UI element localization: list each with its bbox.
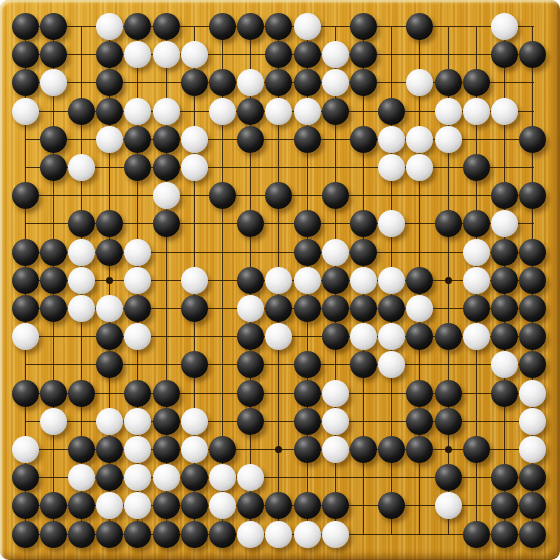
board-point[interactable]	[434, 182, 462, 210]
board-point[interactable]	[462, 436, 490, 464]
board-point[interactable]	[39, 520, 67, 548]
board-point[interactable]	[406, 492, 434, 520]
board-point[interactable]	[265, 492, 293, 520]
board-point[interactable]	[67, 238, 95, 266]
board-point[interactable]	[321, 182, 349, 210]
board-point[interactable]	[237, 238, 265, 266]
board-point[interactable]	[39, 436, 67, 464]
board-point[interactable]	[349, 520, 377, 548]
board-point[interactable]	[349, 436, 377, 464]
board-point[interactable]	[152, 154, 180, 182]
board-point[interactable]	[265, 379, 293, 407]
board-point[interactable]	[265, 154, 293, 182]
board-point[interactable]	[39, 379, 67, 407]
board-point[interactable]	[490, 464, 518, 492]
board-point[interactable]	[349, 69, 377, 97]
board-point[interactable]	[124, 238, 152, 266]
board-point[interactable]	[378, 238, 406, 266]
board-point[interactable]	[152, 351, 180, 379]
board-point[interactable]	[378, 69, 406, 97]
board-point[interactable]	[180, 351, 208, 379]
board-point[interactable]	[293, 266, 321, 294]
board-point[interactable]	[490, 97, 518, 125]
board-point[interactable]	[490, 351, 518, 379]
board-point[interactable]	[11, 464, 39, 492]
board-point[interactable]	[180, 182, 208, 210]
board-point[interactable]	[96, 492, 124, 520]
board-point[interactable]	[152, 520, 180, 548]
board-point[interactable]	[490, 125, 518, 153]
board-point[interactable]	[434, 351, 462, 379]
board-point[interactable]	[67, 436, 95, 464]
board-point[interactable]	[180, 323, 208, 351]
board-point[interactable]	[237, 464, 265, 492]
board-point[interactable]	[434, 266, 462, 294]
board-point[interactable]	[67, 323, 95, 351]
board-point[interactable]	[96, 266, 124, 294]
board-point[interactable]	[124, 436, 152, 464]
board-point[interactable]	[378, 210, 406, 238]
board-point[interactable]	[406, 407, 434, 435]
board-point[interactable]	[67, 407, 95, 435]
board-point[interactable]	[462, 492, 490, 520]
board-point[interactable]	[321, 210, 349, 238]
board-point[interactable]	[11, 69, 39, 97]
board-point[interactable]	[293, 323, 321, 351]
board-point[interactable]	[265, 407, 293, 435]
board-point[interactable]	[349, 407, 377, 435]
board-point[interactable]	[237, 210, 265, 238]
board-point[interactable]	[124, 464, 152, 492]
board-point[interactable]	[39, 464, 67, 492]
board-point[interactable]	[67, 41, 95, 69]
board-point[interactable]	[39, 41, 67, 69]
board-point[interactable]	[490, 154, 518, 182]
board-point[interactable]	[96, 351, 124, 379]
board-point[interactable]	[180, 125, 208, 153]
board-point[interactable]	[406, 379, 434, 407]
board-point[interactable]	[406, 351, 434, 379]
board-point[interactable]	[434, 379, 462, 407]
board-point[interactable]	[378, 154, 406, 182]
board-point[interactable]	[208, 266, 236, 294]
board-point[interactable]	[208, 492, 236, 520]
board-point[interactable]	[237, 492, 265, 520]
board-point[interactable]	[96, 379, 124, 407]
board-point[interactable]	[237, 266, 265, 294]
board-point[interactable]	[237, 97, 265, 125]
board-point[interactable]	[265, 464, 293, 492]
board-point[interactable]	[124, 407, 152, 435]
board-point[interactable]	[321, 238, 349, 266]
board-point[interactable]	[237, 436, 265, 464]
board-point[interactable]	[519, 295, 547, 323]
board-point[interactable]	[349, 41, 377, 69]
board-point[interactable]	[152, 13, 180, 41]
board-point[interactable]	[124, 210, 152, 238]
board-point[interactable]	[490, 323, 518, 351]
board-point[interactable]	[321, 407, 349, 435]
board-point[interactable]	[378, 125, 406, 153]
board-point[interactable]	[434, 210, 462, 238]
board-point[interactable]	[378, 492, 406, 520]
board-point[interactable]	[96, 41, 124, 69]
board-point[interactable]	[321, 379, 349, 407]
board-point[interactable]	[434, 125, 462, 153]
board-point[interactable]	[237, 69, 265, 97]
board-point[interactable]	[406, 13, 434, 41]
board-point[interactable]	[152, 238, 180, 266]
board-point[interactable]	[293, 407, 321, 435]
board-point[interactable]	[378, 436, 406, 464]
board-point[interactable]	[321, 351, 349, 379]
board-point[interactable]	[11, 13, 39, 41]
board-point[interactable]	[237, 379, 265, 407]
board-point[interactable]	[67, 13, 95, 41]
board-point[interactable]	[406, 154, 434, 182]
board-point[interactable]	[265, 266, 293, 294]
board-point[interactable]	[11, 210, 39, 238]
board-point[interactable]	[349, 13, 377, 41]
board-point[interactable]	[349, 182, 377, 210]
board-point[interactable]	[39, 323, 67, 351]
board-point[interactable]	[67, 464, 95, 492]
board-point[interactable]	[124, 41, 152, 69]
board-point[interactable]	[180, 13, 208, 41]
board-point[interactable]	[321, 13, 349, 41]
board-point[interactable]	[378, 182, 406, 210]
board-point[interactable]	[519, 323, 547, 351]
board-point[interactable]	[124, 520, 152, 548]
board-point[interactable]	[265, 97, 293, 125]
board-point[interactable]	[293, 69, 321, 97]
board-point[interactable]	[152, 379, 180, 407]
board-point[interactable]	[321, 266, 349, 294]
board-point[interactable]	[265, 69, 293, 97]
board-point[interactable]	[293, 464, 321, 492]
board-point[interactable]	[67, 351, 95, 379]
board-point[interactable]	[434, 41, 462, 69]
board-point[interactable]	[349, 238, 377, 266]
board-point[interactable]	[152, 436, 180, 464]
board-point[interactable]	[519, 13, 547, 41]
board-point[interactable]	[265, 210, 293, 238]
board-point[interactable]	[434, 295, 462, 323]
board-point[interactable]	[39, 13, 67, 41]
board-point[interactable]	[208, 351, 236, 379]
board-point[interactable]	[67, 266, 95, 294]
board-point[interactable]	[519, 379, 547, 407]
board-point[interactable]	[39, 351, 67, 379]
board-point[interactable]	[349, 295, 377, 323]
board-point[interactable]	[11, 520, 39, 548]
board-point[interactable]	[462, 41, 490, 69]
board-point[interactable]	[124, 97, 152, 125]
board-point[interactable]	[406, 210, 434, 238]
board-point[interactable]	[208, 69, 236, 97]
board-point[interactable]	[124, 125, 152, 153]
board-point[interactable]	[96, 238, 124, 266]
board-point[interactable]	[321, 97, 349, 125]
board-point[interactable]	[67, 97, 95, 125]
board-point[interactable]	[321, 464, 349, 492]
board-point[interactable]	[406, 125, 434, 153]
board-point[interactable]	[406, 295, 434, 323]
board-point[interactable]	[208, 520, 236, 548]
board-point[interactable]	[152, 407, 180, 435]
board-point[interactable]	[519, 125, 547, 153]
board-point[interactable]	[180, 407, 208, 435]
board-point[interactable]	[293, 13, 321, 41]
board-point[interactable]	[152, 69, 180, 97]
board-point[interactable]	[293, 210, 321, 238]
board-point[interactable]	[265, 520, 293, 548]
board-point[interactable]	[39, 407, 67, 435]
board-point[interactable]	[462, 13, 490, 41]
board-point[interactable]	[490, 182, 518, 210]
board-point[interactable]	[96, 520, 124, 548]
board-point[interactable]	[11, 266, 39, 294]
board-point[interactable]	[462, 154, 490, 182]
board-point[interactable]	[237, 520, 265, 548]
board-point[interactable]	[519, 407, 547, 435]
board-point[interactable]	[490, 379, 518, 407]
board-point[interactable]	[96, 323, 124, 351]
board-point[interactable]	[237, 351, 265, 379]
board-point[interactable]	[490, 210, 518, 238]
board-point[interactable]	[96, 295, 124, 323]
board-point[interactable]	[96, 13, 124, 41]
board-point[interactable]	[378, 97, 406, 125]
board-point[interactable]	[519, 182, 547, 210]
board-point[interactable]	[208, 295, 236, 323]
board-point[interactable]	[180, 97, 208, 125]
board-point[interactable]	[519, 210, 547, 238]
board-point[interactable]	[180, 520, 208, 548]
board-point[interactable]	[462, 266, 490, 294]
board-point[interactable]	[378, 520, 406, 548]
board-point[interactable]	[462, 125, 490, 153]
board-point[interactable]	[321, 492, 349, 520]
board-point[interactable]	[237, 295, 265, 323]
board-point[interactable]	[124, 154, 152, 182]
board-point[interactable]	[519, 492, 547, 520]
board-point[interactable]	[406, 182, 434, 210]
board-point[interactable]	[265, 125, 293, 153]
board-point[interactable]	[321, 436, 349, 464]
board-point[interactable]	[265, 323, 293, 351]
board-point[interactable]	[321, 154, 349, 182]
board-point[interactable]	[152, 295, 180, 323]
board-point[interactable]	[208, 41, 236, 69]
board-point[interactable]	[208, 97, 236, 125]
board-point[interactable]	[490, 492, 518, 520]
board-point[interactable]	[349, 492, 377, 520]
board-point[interactable]	[11, 351, 39, 379]
board-point[interactable]	[406, 323, 434, 351]
board-point[interactable]	[180, 238, 208, 266]
board-point[interactable]	[237, 182, 265, 210]
board-point[interactable]	[519, 97, 547, 125]
board-point[interactable]	[67, 210, 95, 238]
board-point[interactable]	[406, 97, 434, 125]
board-point[interactable]	[434, 238, 462, 266]
board-point[interactable]	[406, 520, 434, 548]
board-point[interactable]	[67, 125, 95, 153]
board-point[interactable]	[519, 464, 547, 492]
board-point[interactable]	[152, 266, 180, 294]
board-point[interactable]	[124, 69, 152, 97]
board-point[interactable]	[152, 210, 180, 238]
board-point[interactable]	[67, 182, 95, 210]
board-point[interactable]	[265, 351, 293, 379]
board-point[interactable]	[434, 436, 462, 464]
board-point[interactable]	[490, 407, 518, 435]
board-point[interactable]	[490, 295, 518, 323]
board-point[interactable]	[237, 13, 265, 41]
board-point[interactable]	[490, 436, 518, 464]
board-point[interactable]	[462, 69, 490, 97]
board-point[interactable]	[462, 323, 490, 351]
board-point[interactable]	[462, 464, 490, 492]
board-point[interactable]	[406, 464, 434, 492]
board-point[interactable]	[180, 464, 208, 492]
board-point[interactable]	[237, 154, 265, 182]
board-point[interactable]	[152, 492, 180, 520]
board-point[interactable]	[406, 266, 434, 294]
board-point[interactable]	[265, 295, 293, 323]
board-point[interactable]	[39, 154, 67, 182]
board-point[interactable]	[462, 295, 490, 323]
board-point[interactable]	[180, 41, 208, 69]
board-point[interactable]	[378, 266, 406, 294]
board-point[interactable]	[39, 492, 67, 520]
board-point[interactable]	[208, 436, 236, 464]
board-point[interactable]	[490, 238, 518, 266]
board-point[interactable]	[519, 41, 547, 69]
board-point[interactable]	[96, 210, 124, 238]
board-point[interactable]	[96, 436, 124, 464]
board-point[interactable]	[180, 436, 208, 464]
board-point[interactable]	[67, 379, 95, 407]
board-point[interactable]	[321, 41, 349, 69]
board-point[interactable]	[124, 295, 152, 323]
board-point[interactable]	[11, 97, 39, 125]
board-point[interactable]	[293, 41, 321, 69]
board-point[interactable]	[349, 266, 377, 294]
board-point[interactable]	[208, 464, 236, 492]
board-point[interactable]	[208, 379, 236, 407]
board-point[interactable]	[11, 41, 39, 69]
board-point[interactable]	[378, 323, 406, 351]
board-point[interactable]	[434, 13, 462, 41]
board-point[interactable]	[462, 379, 490, 407]
board-point[interactable]	[124, 492, 152, 520]
board-point[interactable]	[67, 69, 95, 97]
board-point[interactable]	[378, 351, 406, 379]
board-point[interactable]	[11, 492, 39, 520]
board-point[interactable]	[208, 323, 236, 351]
board-point[interactable]	[96, 182, 124, 210]
board-point[interactable]	[378, 464, 406, 492]
board-point[interactable]	[349, 97, 377, 125]
board-point[interactable]	[180, 295, 208, 323]
board-point[interactable]	[208, 125, 236, 153]
board-point[interactable]	[349, 323, 377, 351]
board-point[interactable]	[96, 97, 124, 125]
board-point[interactable]	[11, 295, 39, 323]
board-point[interactable]	[124, 182, 152, 210]
board-point[interactable]	[406, 436, 434, 464]
board-point[interactable]	[124, 379, 152, 407]
board-point[interactable]	[39, 266, 67, 294]
board-point[interactable]	[265, 13, 293, 41]
board-point[interactable]	[39, 182, 67, 210]
board-point[interactable]	[434, 97, 462, 125]
board-point[interactable]	[293, 97, 321, 125]
board-point[interactable]	[321, 323, 349, 351]
board-point[interactable]	[349, 210, 377, 238]
board-point[interactable]	[462, 210, 490, 238]
board-point[interactable]	[11, 407, 39, 435]
board-point[interactable]	[519, 238, 547, 266]
board-point[interactable]	[462, 407, 490, 435]
board-point[interactable]	[490, 266, 518, 294]
board-point[interactable]	[180, 266, 208, 294]
board-point[interactable]	[293, 520, 321, 548]
board-point[interactable]	[490, 520, 518, 548]
board-point[interactable]	[265, 41, 293, 69]
board-point[interactable]	[11, 125, 39, 153]
board-point[interactable]	[237, 125, 265, 153]
board-point[interactable]	[39, 295, 67, 323]
board-point[interactable]	[519, 154, 547, 182]
board-point[interactable]	[124, 323, 152, 351]
board-point[interactable]	[11, 182, 39, 210]
board-point[interactable]	[434, 520, 462, 548]
board-point[interactable]	[349, 351, 377, 379]
board-point[interactable]	[293, 154, 321, 182]
board-point[interactable]	[378, 41, 406, 69]
board-point[interactable]	[124, 13, 152, 41]
board-point[interactable]	[265, 238, 293, 266]
board-point[interactable]	[349, 379, 377, 407]
board-point[interactable]	[321, 520, 349, 548]
board-point[interactable]	[293, 351, 321, 379]
board-point[interactable]	[378, 407, 406, 435]
board-point[interactable]	[519, 351, 547, 379]
board-point[interactable]	[321, 125, 349, 153]
board-point[interactable]	[180, 210, 208, 238]
board-point[interactable]	[11, 323, 39, 351]
board-point[interactable]	[152, 323, 180, 351]
board-point[interactable]	[208, 13, 236, 41]
board-point[interactable]	[265, 182, 293, 210]
board-point[interactable]	[406, 69, 434, 97]
board-point[interactable]	[293, 182, 321, 210]
board-point[interactable]	[39, 97, 67, 125]
board-point[interactable]	[39, 69, 67, 97]
board-point[interactable]	[490, 13, 518, 41]
board-point[interactable]	[11, 379, 39, 407]
board-point[interactable]	[208, 407, 236, 435]
board-point[interactable]	[152, 97, 180, 125]
board-point[interactable]	[67, 154, 95, 182]
board-point[interactable]	[321, 295, 349, 323]
board-point[interactable]	[321, 69, 349, 97]
board-point[interactable]	[208, 154, 236, 182]
board-point[interactable]	[152, 182, 180, 210]
